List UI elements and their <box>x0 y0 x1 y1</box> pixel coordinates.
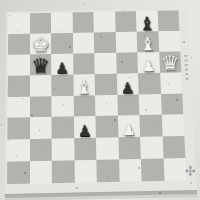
square-b5[interactable] <box>30 75 52 97</box>
chess-board: ♝♚♝♛♟♟♛♝♟♟♟ <box>7 10 186 184</box>
square-f2[interactable] <box>118 137 141 159</box>
dust-speck <box>76 187 78 189</box>
dust-speck <box>31 114 33 116</box>
square-d5[interactable]: ♝ <box>73 74 95 96</box>
dust-speck <box>15 82 16 83</box>
square-e6[interactable] <box>94 53 116 74</box>
dust-speck <box>153 125 154 126</box>
dust-speck <box>23 98 24 99</box>
white-bishop[interactable]: ♝ <box>139 35 157 53</box>
square-c7[interactable] <box>51 33 73 54</box>
dust-speck <box>160 67 161 68</box>
dust-speck <box>114 119 116 121</box>
white-queen[interactable]: ♛ <box>160 53 180 73</box>
square-c1[interactable] <box>52 160 75 183</box>
dust-speck <box>99 161 100 162</box>
dust-speck <box>61 30 62 31</box>
dust-speck <box>16 156 17 157</box>
dust-speck <box>8 140 9 141</box>
square-a2[interactable] <box>7 139 29 161</box>
square-g1[interactable] <box>141 159 164 182</box>
square-a7[interactable] <box>8 34 30 55</box>
dust-speck <box>46 72 47 73</box>
square-a4[interactable] <box>8 96 30 118</box>
square-g7[interactable]: ♝ <box>137 31 159 52</box>
square-h3[interactable] <box>161 115 184 137</box>
black-bishop[interactable]: ♝ <box>138 14 156 32</box>
dust-speck <box>92 20 93 21</box>
square-a1[interactable] <box>7 161 29 184</box>
dust-speck <box>47 146 48 147</box>
dust-speck <box>84 4 85 5</box>
square-g3[interactable] <box>139 115 162 137</box>
square-h7[interactable] <box>158 31 180 52</box>
square-a6[interactable] <box>8 54 30 75</box>
dust-speck <box>24 172 26 174</box>
square-h6[interactable]: ♛ <box>159 51 182 72</box>
black-pawn[interactable]: ♟ <box>120 80 134 95</box>
white-bishop[interactable]: ♝ <box>75 77 93 96</box>
square-e4[interactable] <box>95 94 117 116</box>
dust-speck <box>167 9 168 10</box>
white-pawn[interactable]: ♟ <box>122 123 137 138</box>
square-f3[interactable]: ♟ <box>117 115 140 137</box>
margin-stamp-marks <box>184 55 188 81</box>
square-h1[interactable] <box>163 158 186 181</box>
dust-speck <box>123 10 124 11</box>
dust-speck <box>54 88 55 89</box>
square-d4[interactable] <box>73 95 95 117</box>
square-c5[interactable] <box>51 74 73 96</box>
square-f5[interactable]: ♟ <box>116 73 138 95</box>
square-e2[interactable] <box>96 138 119 160</box>
dust-speck <box>70 120 71 121</box>
square-b2[interactable] <box>30 139 52 161</box>
square-g8[interactable]: ♝ <box>136 11 158 32</box>
dust-speck <box>159 192 161 194</box>
dust-speck <box>190 182 192 184</box>
dust-speck <box>62 104 64 106</box>
dust-speck <box>175 25 176 26</box>
corner-ornament-icon: ✣ <box>185 165 196 178</box>
square-h5[interactable] <box>160 72 183 94</box>
dust-speck <box>138 167 140 169</box>
dust-speck <box>107 177 109 179</box>
black-pawn[interactable]: ♟ <box>55 61 69 76</box>
dust-speck <box>122 135 123 136</box>
square-b8[interactable] <box>30 13 51 34</box>
dust-speck <box>32 188 33 189</box>
square-e7[interactable] <box>94 32 116 53</box>
square-c2[interactable] <box>52 138 74 160</box>
dust-speck <box>1 198 2 199</box>
square-b6[interactable]: ♛ <box>30 54 52 75</box>
square-d8[interactable] <box>72 12 94 33</box>
square-f8[interactable] <box>115 11 137 32</box>
dust-speck <box>106 103 107 104</box>
dust-speck <box>152 51 154 53</box>
dust-speck <box>182 166 183 167</box>
square-d7[interactable] <box>72 32 94 53</box>
square-f1[interactable] <box>119 159 142 182</box>
dust-speck <box>129 77 130 78</box>
dust-speck <box>115 193 116 194</box>
black-pawn[interactable]: ♟ <box>78 124 92 139</box>
square-b3[interactable] <box>30 117 52 139</box>
square-b7[interactable]: ♚ <box>30 33 52 54</box>
dust-speck <box>100 36 102 38</box>
dust-speck <box>145 109 147 111</box>
square-b1[interactable] <box>29 161 51 184</box>
dust-speck <box>121 61 123 63</box>
white-king[interactable]: ♚ <box>31 35 50 55</box>
dust-speck <box>77 62 78 63</box>
dust-speck <box>9 15 10 16</box>
white-pawn[interactable]: ♟ <box>141 59 155 74</box>
square-c4[interactable] <box>51 95 73 117</box>
dust-speck <box>137 93 138 94</box>
square-e5[interactable] <box>95 73 117 95</box>
square-g2[interactable] <box>140 137 163 159</box>
dust-speck <box>176 99 178 101</box>
dust-speck <box>39 130 40 131</box>
dust-speck <box>0 124 2 126</box>
square-f4[interactable] <box>117 94 140 116</box>
dust-speck <box>130 151 131 152</box>
dust-speck <box>191 57 192 58</box>
square-e8[interactable] <box>93 12 115 33</box>
dust-speck <box>91 145 92 146</box>
square-f7[interactable] <box>115 32 137 53</box>
dust-speck <box>68 171 69 172</box>
dust-speck <box>183 41 185 43</box>
dust-speck <box>53 14 54 15</box>
square-a3[interactable] <box>7 118 29 140</box>
square-f6[interactable] <box>116 52 138 73</box>
black-queen[interactable]: ♛ <box>31 56 50 76</box>
dust-speck <box>168 83 169 84</box>
square-c6[interactable]: ♟ <box>51 53 73 74</box>
square-g5[interactable] <box>138 72 161 94</box>
square-d1[interactable] <box>74 160 97 183</box>
square-d3[interactable]: ♟ <box>73 116 95 138</box>
dust-speck <box>17 31 19 33</box>
square-g4[interactable] <box>139 94 162 116</box>
square-h4[interactable] <box>160 93 183 115</box>
photo-background: ♝♚♝♛♟♟♛♝♟♟♟ ✣ <box>0 0 200 200</box>
square-g6[interactable]: ♟ <box>137 52 159 73</box>
dust-speck <box>85 78 86 79</box>
dust-speck <box>69 46 71 48</box>
square-h2[interactable] <box>162 136 185 158</box>
square-d2[interactable] <box>74 138 97 160</box>
square-h8[interactable] <box>157 10 179 31</box>
square-a5[interactable] <box>8 75 30 97</box>
dust-speck <box>144 35 145 36</box>
dust-speck <box>38 56 40 58</box>
square-d6[interactable] <box>73 53 95 74</box>
